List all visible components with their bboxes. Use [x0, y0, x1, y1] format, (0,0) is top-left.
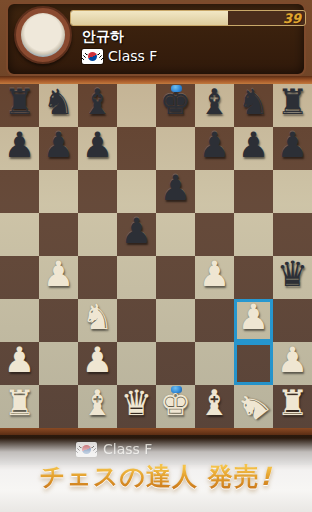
- square-f7[interactable]: ♟: [195, 127, 234, 170]
- piece-white-pawn-c2[interactable]: ♟: [78, 342, 117, 385]
- piece-black-rook-a8[interactable]: ♜: [0, 84, 39, 127]
- square-b1[interactable]: [39, 385, 78, 428]
- square-g4[interactable]: [234, 256, 273, 299]
- square-f2[interactable]: [195, 342, 234, 385]
- piece-black-queen-h4[interactable]: ♛: [273, 256, 312, 299]
- square-b7[interactable]: ♟: [39, 127, 78, 170]
- square-f4[interactable]: ♟: [195, 256, 234, 299]
- square-f6[interactable]: [195, 170, 234, 213]
- square-f1[interactable]: ♝: [195, 385, 234, 428]
- square-g3[interactable]: ♟: [234, 299, 273, 342]
- piece-black-pawn-g7[interactable]: ♟: [234, 127, 273, 170]
- square-h5[interactable]: [273, 213, 312, 256]
- piece-white-pawn-h2[interactable]: ♟: [273, 342, 312, 385]
- square-e6[interactable]: ♟: [156, 170, 195, 213]
- piece-black-bishop-f8[interactable]: ♝: [195, 84, 234, 127]
- square-g2[interactable]: [234, 342, 273, 385]
- square-a3[interactable]: [0, 299, 39, 342]
- square-e2[interactable]: [156, 342, 195, 385]
- piece-black-pawn-h7[interactable]: ♟: [273, 127, 312, 170]
- square-c7[interactable]: ♟: [78, 127, 117, 170]
- square-d1[interactable]: ♛: [117, 385, 156, 428]
- square-b5[interactable]: [39, 213, 78, 256]
- xp-progress-bar: 39: [70, 10, 306, 26]
- piece-white-pawn-g3[interactable]: ♟: [234, 299, 273, 342]
- ad-banner-text[interactable]: チェスの達人 発売!: [0, 460, 312, 493]
- square-h2[interactable]: ♟: [273, 342, 312, 385]
- square-d6[interactable]: [117, 170, 156, 213]
- king-blue-topper-icon: [171, 386, 182, 393]
- piece-black-pawn-e6[interactable]: ♟: [156, 170, 195, 213]
- square-c2[interactable]: ♟: [78, 342, 117, 385]
- square-a7[interactable]: ♟: [0, 127, 39, 170]
- opponent-avatar: [14, 6, 72, 64]
- piece-black-knight-g8[interactable]: ♞: [234, 84, 273, 127]
- square-c1[interactable]: ♝: [78, 385, 117, 428]
- square-g7[interactable]: ♟: [234, 127, 273, 170]
- piece-white-knight-g1[interactable]: ♞: [234, 385, 273, 428]
- opponent-info-panel: 39 안규하 Class F: [6, 2, 306, 76]
- piece-black-pawn-a7[interactable]: ♟: [0, 127, 39, 170]
- square-b6[interactable]: [39, 170, 78, 213]
- piece-white-knight-c3[interactable]: ♞: [78, 299, 117, 342]
- square-d3[interactable]: [117, 299, 156, 342]
- piece-black-pawn-f7[interactable]: ♟: [195, 127, 234, 170]
- app-screen: 39 안규하 Class F ♜♞♝♚♝♞♜♟♟♟♟♟♟♟♟♟♟♛♞♟♟♟♟♜♝…: [0, 0, 312, 512]
- piece-white-rook-h1[interactable]: ♜: [273, 385, 312, 428]
- piece-black-knight-b8[interactable]: ♞: [39, 84, 78, 127]
- square-a5[interactable]: [0, 213, 39, 256]
- square-c3[interactable]: ♞: [78, 299, 117, 342]
- square-c8[interactable]: ♝: [78, 84, 117, 127]
- trigram-icon: [81, 52, 87, 59]
- piece-white-queen-d1[interactable]: ♛: [117, 385, 156, 428]
- square-b8[interactable]: ♞: [39, 84, 78, 127]
- square-a4[interactable]: [0, 256, 39, 299]
- piece-white-pawn-b4[interactable]: ♟: [39, 256, 78, 299]
- square-a8[interactable]: ♜: [0, 84, 39, 127]
- square-a1[interactable]: ♜: [0, 385, 39, 428]
- square-b3[interactable]: [39, 299, 78, 342]
- opponent-class-row: Class F: [82, 48, 157, 64]
- trigram-icon: [97, 52, 103, 59]
- piece-black-pawn-c7[interactable]: ♟: [78, 127, 117, 170]
- xp-score-value: 39: [283, 11, 301, 26]
- square-d7[interactable]: [117, 127, 156, 170]
- square-a6[interactable]: [0, 170, 39, 213]
- piece-white-bishop-c1[interactable]: ♝: [78, 385, 117, 428]
- square-d5[interactable]: ♟: [117, 213, 156, 256]
- square-f3[interactable]: [195, 299, 234, 342]
- square-c4[interactable]: [78, 256, 117, 299]
- square-e4[interactable]: [156, 256, 195, 299]
- square-h4[interactable]: ♛: [273, 256, 312, 299]
- south-korea-flag-icon: [82, 49, 103, 64]
- ad-banner-label: チェスの達人 発売: [40, 462, 260, 491]
- piece-white-rook-a1[interactable]: ♜: [0, 385, 39, 428]
- piece-white-king-e1[interactable]: ♚: [156, 385, 195, 428]
- square-h8[interactable]: ♜: [273, 84, 312, 127]
- chess-board: ♜♞♝♚♝♞♜♟♟♟♟♟♟♟♟♟♟♛♞♟♟♟♟♜♝♛♚♝♞♜: [0, 84, 312, 428]
- piece-black-rook-h8[interactable]: ♜: [273, 84, 312, 127]
- taegeuk-icon: [88, 52, 97, 61]
- piece-black-bishop-c8[interactable]: ♝: [78, 84, 117, 127]
- square-c6[interactable]: [78, 170, 117, 213]
- piece-black-pawn-b7[interactable]: ♟: [39, 127, 78, 170]
- square-h7[interactable]: ♟: [273, 127, 312, 170]
- piece-white-pawn-a2[interactable]: ♟: [0, 342, 39, 385]
- piece-black-king-e8[interactable]: ♚: [156, 84, 195, 127]
- square-e7[interactable]: [156, 127, 195, 170]
- square-g8[interactable]: ♞: [234, 84, 273, 127]
- opponent-avatar-photo: [21, 13, 65, 57]
- square-f5[interactable]: [195, 213, 234, 256]
- square-d4[interactable]: [117, 256, 156, 299]
- square-g6[interactable]: [234, 170, 273, 213]
- square-b4[interactable]: ♟: [39, 256, 78, 299]
- square-h6[interactable]: [273, 170, 312, 213]
- square-e3[interactable]: [156, 299, 195, 342]
- board-bottom-border: [0, 428, 312, 435]
- ad-banner-exclamation: !: [260, 462, 272, 491]
- king-blue-topper-icon: [171, 85, 182, 92]
- piece-black-pawn-d5[interactable]: ♟: [117, 213, 156, 256]
- square-c5[interactable]: [78, 213, 117, 256]
- square-a2[interactable]: ♟: [0, 342, 39, 385]
- piece-white-bishop-f1[interactable]: ♝: [195, 385, 234, 428]
- square-g5[interactable]: [234, 213, 273, 256]
- opponent-class-label: Class F: [108, 48, 157, 64]
- square-f8[interactable]: ♝: [195, 84, 234, 127]
- square-h3[interactable]: [273, 299, 312, 342]
- square-e8[interactable]: ♚: [156, 84, 195, 127]
- square-e5[interactable]: [156, 213, 195, 256]
- piece-white-pawn-f4[interactable]: ♟: [195, 256, 234, 299]
- square-d2[interactable]: [117, 342, 156, 385]
- xp-progress-fill: [71, 11, 228, 25]
- square-g1[interactable]: ♞: [234, 385, 273, 428]
- square-e1[interactable]: ♚: [156, 385, 195, 428]
- square-h1[interactable]: ♜: [273, 385, 312, 428]
- opponent-name: 안규하: [82, 28, 124, 46]
- square-d8[interactable]: [117, 84, 156, 127]
- square-b2[interactable]: [39, 342, 78, 385]
